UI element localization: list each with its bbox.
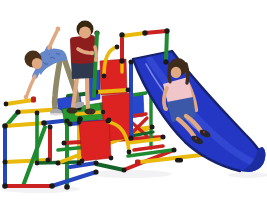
connector <box>122 168 127 173</box>
boy2-left-hand <box>90 51 94 55</box>
connector <box>119 58 124 63</box>
connector <box>129 60 134 65</box>
connector <box>2 183 8 189</box>
boy1-face <box>32 58 42 69</box>
shadow <box>228 172 267 178</box>
connector <box>109 156 114 161</box>
red-cap <box>31 97 36 103</box>
girl-left-hand <box>164 107 168 111</box>
connector <box>49 183 55 189</box>
connector <box>161 135 166 140</box>
connector <box>35 111 40 116</box>
connector <box>62 141 67 146</box>
support-foot <box>175 158 183 163</box>
connector <box>126 88 131 93</box>
connector <box>107 118 112 123</box>
shadow <box>88 170 172 178</box>
connector <box>64 184 70 190</box>
connector <box>48 125 53 130</box>
girl-sandal-strap <box>203 131 205 133</box>
connector <box>77 120 82 125</box>
connector <box>56 161 61 166</box>
connector <box>150 125 155 130</box>
boy2-right-leg <box>87 77 88 108</box>
connector <box>102 74 107 79</box>
connector <box>119 32 124 37</box>
connector <box>164 28 169 33</box>
red-cap <box>135 160 141 166</box>
boy2-left-shoe <box>67 107 78 113</box>
connector <box>163 59 168 64</box>
girl-hair-strand <box>169 64 170 82</box>
boy2-right-hand <box>94 58 98 62</box>
connector <box>15 109 20 114</box>
boy2-face <box>79 27 91 39</box>
boy2-right-shoe <box>85 108 96 114</box>
connector <box>101 110 106 115</box>
connector <box>35 161 40 166</box>
tube-yellow <box>96 90 128 92</box>
boy2-right-forearm <box>95 47 96 59</box>
handrail-rail <box>145 31 167 33</box>
connector <box>172 148 177 153</box>
connector <box>94 161 99 166</box>
connector <box>127 150 132 155</box>
boy1-raised-hand <box>56 27 61 32</box>
boy1-sneaker-sole <box>50 113 62 116</box>
connector <box>4 102 9 107</box>
boy1-lower-hand <box>24 95 29 100</box>
girl-sandal-strap <box>195 138 197 140</box>
connector <box>142 30 147 35</box>
girl-face <box>171 67 182 79</box>
connector <box>2 123 8 129</box>
connector <box>3 160 8 165</box>
connector <box>41 120 47 126</box>
connector <box>68 122 73 127</box>
connector <box>129 136 134 141</box>
handrail-post <box>166 31 167 62</box>
connector <box>93 169 98 174</box>
red-panel-front <box>79 120 111 161</box>
connector <box>80 159 85 164</box>
girl-hair-strand <box>186 64 188 83</box>
connector <box>46 158 51 163</box>
connector <box>115 45 120 50</box>
playset-photo: Product photo on a white background: thr… <box>0 0 267 200</box>
